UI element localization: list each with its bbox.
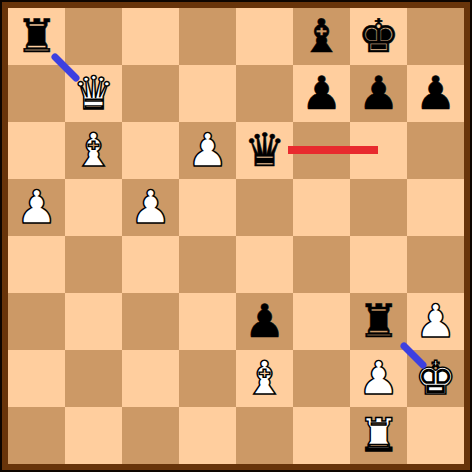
square-d4[interactable] bbox=[179, 236, 236, 293]
square-b3[interactable] bbox=[65, 293, 122, 350]
white-pawn-c5[interactable]: ♟ bbox=[130, 179, 171, 236]
square-e2[interactable]: ♝ bbox=[236, 350, 293, 407]
board: ♜♝♚♛♟♟♟♝♟♛♟♟♟♜♟♝♟♚♜ bbox=[8, 8, 464, 464]
square-b4[interactable] bbox=[65, 236, 122, 293]
square-a4[interactable] bbox=[8, 236, 65, 293]
square-c5[interactable]: ♟ bbox=[122, 179, 179, 236]
square-h3[interactable]: ♟ bbox=[407, 293, 464, 350]
white-pawn-d6[interactable]: ♟ bbox=[187, 122, 228, 179]
square-g2[interactable]: ♟ bbox=[350, 350, 407, 407]
black-pawn-g7[interactable]: ♟ bbox=[358, 65, 399, 122]
white-pawn-a5[interactable]: ♟ bbox=[16, 179, 57, 236]
board-outer-edge: ♜♝♚♛♟♟♟♝♟♛♟♟♟♜♟♝♟♚♜ bbox=[0, 0, 472, 472]
square-a1[interactable] bbox=[8, 407, 65, 464]
board-area: ♜♝♚♛♟♟♟♝♟♛♟♟♟♜♟♝♟♚♜ bbox=[8, 8, 464, 464]
black-pawn-e3[interactable]: ♟ bbox=[244, 293, 285, 350]
square-h5[interactable] bbox=[407, 179, 464, 236]
square-c6[interactable] bbox=[122, 122, 179, 179]
square-a6[interactable] bbox=[8, 122, 65, 179]
black-rook-a8[interactable]: ♜ bbox=[16, 8, 57, 65]
white-bishop-e2[interactable]: ♝ bbox=[244, 350, 285, 407]
black-bishop-f8[interactable]: ♝ bbox=[301, 8, 342, 65]
black-king-g8[interactable]: ♚ bbox=[358, 8, 399, 65]
square-b5[interactable] bbox=[65, 179, 122, 236]
square-e7[interactable] bbox=[236, 65, 293, 122]
square-f2[interactable] bbox=[293, 350, 350, 407]
square-h1[interactable] bbox=[407, 407, 464, 464]
square-e8[interactable] bbox=[236, 8, 293, 65]
white-bishop-b6[interactable]: ♝ bbox=[73, 122, 114, 179]
square-d6[interactable]: ♟ bbox=[179, 122, 236, 179]
square-e3[interactable]: ♟ bbox=[236, 293, 293, 350]
square-c4[interactable] bbox=[122, 236, 179, 293]
square-b6[interactable]: ♝ bbox=[65, 122, 122, 179]
square-g6[interactable] bbox=[350, 122, 407, 179]
square-b2[interactable] bbox=[65, 350, 122, 407]
square-c8[interactable] bbox=[122, 8, 179, 65]
square-e6[interactable]: ♛ bbox=[236, 122, 293, 179]
square-c3[interactable] bbox=[122, 293, 179, 350]
square-h7[interactable]: ♟ bbox=[407, 65, 464, 122]
square-b7[interactable]: ♛ bbox=[65, 65, 122, 122]
square-g5[interactable] bbox=[350, 179, 407, 236]
square-a5[interactable]: ♟ bbox=[8, 179, 65, 236]
black-rook-g3[interactable]: ♜ bbox=[358, 293, 399, 350]
white-pawn-h3[interactable]: ♟ bbox=[415, 293, 456, 350]
square-h4[interactable] bbox=[407, 236, 464, 293]
square-f8[interactable]: ♝ bbox=[293, 8, 350, 65]
square-g1[interactable]: ♜ bbox=[350, 407, 407, 464]
square-d7[interactable] bbox=[179, 65, 236, 122]
square-c7[interactable] bbox=[122, 65, 179, 122]
square-a7[interactable] bbox=[8, 65, 65, 122]
square-d1[interactable] bbox=[179, 407, 236, 464]
square-h8[interactable] bbox=[407, 8, 464, 65]
square-g3[interactable]: ♜ bbox=[350, 293, 407, 350]
white-pawn-g2[interactable]: ♟ bbox=[358, 350, 399, 407]
white-queen-b7[interactable]: ♛ bbox=[73, 65, 114, 122]
square-d3[interactable] bbox=[179, 293, 236, 350]
square-a3[interactable] bbox=[8, 293, 65, 350]
square-e4[interactable] bbox=[236, 236, 293, 293]
square-f6[interactable] bbox=[293, 122, 350, 179]
square-b8[interactable] bbox=[65, 8, 122, 65]
square-d8[interactable] bbox=[179, 8, 236, 65]
square-g4[interactable] bbox=[350, 236, 407, 293]
square-g7[interactable]: ♟ bbox=[350, 65, 407, 122]
square-d5[interactable] bbox=[179, 179, 236, 236]
square-f4[interactable] bbox=[293, 236, 350, 293]
square-c1[interactable] bbox=[122, 407, 179, 464]
black-queen-e6[interactable]: ♛ bbox=[244, 122, 285, 179]
square-a2[interactable] bbox=[8, 350, 65, 407]
black-pawn-h7[interactable]: ♟ bbox=[415, 65, 456, 122]
square-f1[interactable] bbox=[293, 407, 350, 464]
square-f3[interactable] bbox=[293, 293, 350, 350]
square-h2[interactable]: ♚ bbox=[407, 350, 464, 407]
square-e1[interactable] bbox=[236, 407, 293, 464]
square-f7[interactable]: ♟ bbox=[293, 65, 350, 122]
board-border: ♜♝♚♛♟♟♟♝♟♛♟♟♟♜♟♝♟♚♜ bbox=[2, 2, 470, 470]
square-g8[interactable]: ♚ bbox=[350, 8, 407, 65]
square-c2[interactable] bbox=[122, 350, 179, 407]
square-d2[interactable] bbox=[179, 350, 236, 407]
square-b1[interactable] bbox=[65, 407, 122, 464]
white-rook-g1[interactable]: ♜ bbox=[358, 407, 399, 464]
square-h6[interactable] bbox=[407, 122, 464, 179]
square-e5[interactable] bbox=[236, 179, 293, 236]
white-king-h2[interactable]: ♚ bbox=[415, 350, 456, 407]
square-f5[interactable] bbox=[293, 179, 350, 236]
square-a8[interactable]: ♜ bbox=[8, 8, 65, 65]
black-pawn-f7[interactable]: ♟ bbox=[301, 65, 342, 122]
